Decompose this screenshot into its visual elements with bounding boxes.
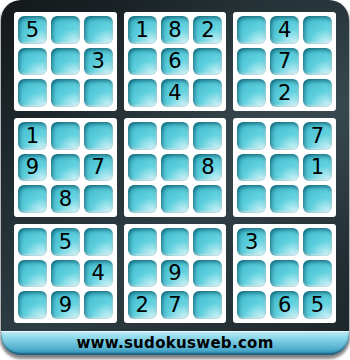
cell-r4c5[interactable]	[161, 122, 190, 150]
cell-r8c2[interactable]	[51, 260, 80, 288]
cell-r1c9[interactable]	[303, 16, 332, 44]
cell-r2c3[interactable]: 3	[84, 48, 113, 76]
box-3-2: 927	[124, 224, 227, 323]
cell-r2c7[interactable]	[237, 48, 266, 76]
sudoku-board: 53182644721978871549927365 www.sudokuswe…	[1, 0, 349, 355]
cell-r9c8[interactable]: 6	[270, 291, 299, 319]
cell-r3c5[interactable]: 4	[161, 79, 190, 107]
cell-r3c3[interactable]	[84, 79, 113, 107]
cell-r6c9[interactable]	[303, 185, 332, 213]
box-1-2: 18264	[124, 12, 227, 111]
cell-r9c7[interactable]	[237, 291, 266, 319]
cell-r6c3[interactable]	[84, 185, 113, 213]
cell-r9c4[interactable]: 2	[128, 291, 157, 319]
cell-r6c8[interactable]	[270, 185, 299, 213]
cell-r2c6[interactable]	[193, 48, 222, 76]
cell-r4c3[interactable]	[84, 122, 113, 150]
cell-r6c1[interactable]	[18, 185, 47, 213]
cell-r5c9[interactable]: 1	[303, 154, 332, 182]
cell-r7c3[interactable]	[84, 228, 113, 256]
cell-r9c9[interactable]: 5	[303, 291, 332, 319]
cell-r4c8[interactable]	[270, 122, 299, 150]
cell-r8c4[interactable]	[128, 260, 157, 288]
cell-r4c6[interactable]	[193, 122, 222, 150]
cell-r5c6[interactable]: 8	[193, 154, 222, 182]
cell-r3c2[interactable]	[51, 79, 80, 107]
cell-r1c3[interactable]	[84, 16, 113, 44]
cell-r5c2[interactable]	[51, 154, 80, 182]
cell-r4c9[interactable]: 7	[303, 122, 332, 150]
cell-r8c5[interactable]: 9	[161, 260, 190, 288]
box-3-1: 549	[14, 224, 117, 323]
cell-r8c7[interactable]	[237, 260, 266, 288]
cell-r4c1[interactable]: 1	[18, 122, 47, 150]
cell-r4c4[interactable]	[128, 122, 157, 150]
cell-r1c6[interactable]: 2	[193, 16, 222, 44]
footer-bar: www.sudokusweb.com	[1, 331, 349, 355]
cell-r7c4[interactable]	[128, 228, 157, 256]
cell-r6c7[interactable]	[237, 185, 266, 213]
cell-r5c5[interactable]	[161, 154, 190, 182]
cell-r3c1[interactable]	[18, 79, 47, 107]
cell-r9c3[interactable]	[84, 291, 113, 319]
cell-r6c2[interactable]: 8	[51, 185, 80, 213]
cell-r8c9[interactable]	[303, 260, 332, 288]
box-3-3: 365	[233, 224, 336, 323]
cell-r4c7[interactable]	[237, 122, 266, 150]
cell-r9c2[interactable]: 9	[51, 291, 80, 319]
cell-r1c4[interactable]: 1	[128, 16, 157, 44]
cell-r8c1[interactable]	[18, 260, 47, 288]
cell-r7c6[interactable]	[193, 228, 222, 256]
cell-r8c8[interactable]	[270, 260, 299, 288]
cell-r2c2[interactable]	[51, 48, 80, 76]
cell-r1c2[interactable]	[51, 16, 80, 44]
cell-r2c4[interactable]	[128, 48, 157, 76]
cell-r5c3[interactable]: 7	[84, 154, 113, 182]
box-2-1: 1978	[14, 118, 117, 217]
cell-r2c8[interactable]: 7	[270, 48, 299, 76]
cell-r6c6[interactable]	[193, 185, 222, 213]
cell-r1c1[interactable]: 5	[18, 16, 47, 44]
page: 53182644721978871549927365 www.sudokuswe…	[0, 0, 350, 360]
cell-r2c5[interactable]: 6	[161, 48, 190, 76]
cell-r3c7[interactable]	[237, 79, 266, 107]
cell-r9c1[interactable]	[18, 291, 47, 319]
box-1-1: 53	[14, 12, 117, 111]
sudoku-grid: 53182644721978871549927365	[1, 0, 349, 331]
cell-r3c8[interactable]: 2	[270, 79, 299, 107]
box-2-3: 71	[233, 118, 336, 217]
cell-r7c9[interactable]	[303, 228, 332, 256]
cell-r2c1[interactable]	[18, 48, 47, 76]
cell-r5c7[interactable]	[237, 154, 266, 182]
box-1-3: 472	[233, 12, 336, 111]
cell-r1c8[interactable]: 4	[270, 16, 299, 44]
cell-r5c4[interactable]	[128, 154, 157, 182]
cell-r7c2[interactable]: 5	[51, 228, 80, 256]
cell-r8c3[interactable]: 4	[84, 260, 113, 288]
cell-r6c4[interactable]	[128, 185, 157, 213]
cell-r2c9[interactable]	[303, 48, 332, 76]
cell-r8c6[interactable]	[193, 260, 222, 288]
cell-r5c1[interactable]: 9	[18, 154, 47, 182]
cell-r3c9[interactable]	[303, 79, 332, 107]
cell-r6c5[interactable]	[161, 185, 190, 213]
cell-r7c7[interactable]: 3	[237, 228, 266, 256]
cell-r7c8[interactable]	[270, 228, 299, 256]
cell-r3c6[interactable]	[193, 79, 222, 107]
cell-r3c4[interactable]	[128, 79, 157, 107]
cell-r7c1[interactable]	[18, 228, 47, 256]
cell-r9c6[interactable]	[193, 291, 222, 319]
box-2-2: 8	[124, 118, 227, 217]
cell-r9c5[interactable]: 7	[161, 291, 190, 319]
cell-r4c2[interactable]	[51, 122, 80, 150]
cell-r1c5[interactable]: 8	[161, 16, 190, 44]
cell-r5c8[interactable]	[270, 154, 299, 182]
cell-r7c5[interactable]	[161, 228, 190, 256]
website-url[interactable]: www.sudokusweb.com	[76, 334, 273, 352]
cell-r1c7[interactable]	[237, 16, 266, 44]
